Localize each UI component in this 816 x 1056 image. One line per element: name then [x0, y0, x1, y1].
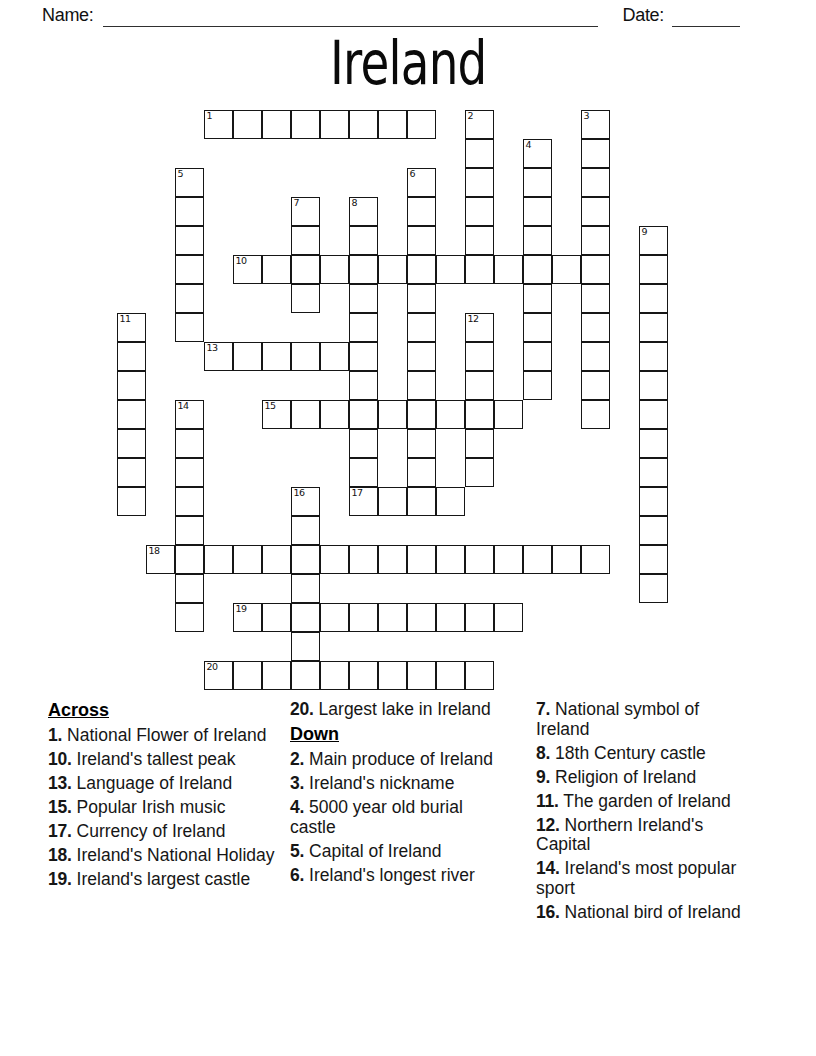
- grid-cell[interactable]: [465, 458, 494, 487]
- clues-column-down: 7. National symbol of Ireland8. 18th Cen…: [536, 700, 744, 927]
- grid-cell[interactable]: 4: [523, 139, 552, 168]
- grid-cell[interactable]: [175, 313, 204, 342]
- grid-cell[interactable]: [523, 284, 552, 313]
- grid-cell[interactable]: [523, 545, 552, 574]
- across-heading: Across: [48, 700, 276, 721]
- grid-cell[interactable]: [407, 313, 436, 342]
- clue-item: 13. Language of Ireland: [48, 774, 276, 794]
- grid-cell[interactable]: [378, 255, 407, 284]
- clue-number: 4: [526, 139, 532, 150]
- clue-item: 8. 18th Century castle: [536, 744, 744, 764]
- grid-cell[interactable]: [581, 371, 610, 400]
- grid-cell[interactable]: 5: [175, 168, 204, 197]
- grid-cell[interactable]: 13: [204, 342, 233, 371]
- grid-cell[interactable]: [378, 400, 407, 429]
- grid-cell[interactable]: [407, 661, 436, 690]
- grid-cell[interactable]: [407, 545, 436, 574]
- grid-cell[interactable]: [233, 110, 262, 139]
- clue-number: 10: [236, 255, 247, 266]
- clue-number: 9: [642, 226, 648, 237]
- grid-cell[interactable]: [175, 255, 204, 284]
- clue-number: 1: [207, 110, 213, 121]
- grid-cell[interactable]: [523, 197, 552, 226]
- grid-cell[interactable]: [349, 342, 378, 371]
- clue-number: 5: [178, 168, 184, 179]
- grid-cell[interactable]: [581, 545, 610, 574]
- grid-cell[interactable]: [407, 226, 436, 255]
- grid-cell[interactable]: [291, 661, 320, 690]
- grid-cell[interactable]: [175, 429, 204, 458]
- grid-cell[interactable]: [494, 400, 523, 429]
- grid-cell[interactable]: 19: [233, 603, 262, 632]
- grid-cell[interactable]: [349, 400, 378, 429]
- grid-cell[interactable]: [233, 661, 262, 690]
- clue-number: 19: [236, 603, 247, 614]
- grid-cell[interactable]: [436, 603, 465, 632]
- grid-cell[interactable]: [465, 255, 494, 284]
- clue-item: 15. Popular Irish music: [48, 798, 276, 818]
- grid-cell[interactable]: [349, 429, 378, 458]
- grid-cell[interactable]: [407, 400, 436, 429]
- grid-cell[interactable]: [465, 545, 494, 574]
- clue-number: 12: [468, 313, 479, 324]
- grid-cell[interactable]: [291, 226, 320, 255]
- grid-cell[interactable]: [494, 255, 523, 284]
- grid-cell[interactable]: [407, 342, 436, 371]
- grid-cell[interactable]: [378, 661, 407, 690]
- clue-number: 18: [149, 545, 160, 556]
- grid-cell[interactable]: [262, 110, 291, 139]
- grid-cell[interactable]: [465, 139, 494, 168]
- grid-cell[interactable]: [465, 661, 494, 690]
- clues-column-across: Across 1. National Flower of Ireland10. …: [48, 700, 276, 894]
- grid-cell[interactable]: [581, 255, 610, 284]
- clue-number: 17: [352, 487, 363, 498]
- grid-cell[interactable]: [581, 284, 610, 313]
- grid-cell[interactable]: [523, 371, 552, 400]
- clue-number: 11: [120, 313, 131, 324]
- grid-cell[interactable]: [407, 429, 436, 458]
- clue-item: 1. National Flower of Ireland: [48, 726, 276, 746]
- grid-cell[interactable]: [407, 458, 436, 487]
- grid-cell[interactable]: 10: [233, 255, 262, 284]
- clue-number: 6: [410, 168, 416, 179]
- grid-cell[interactable]: [262, 661, 291, 690]
- grid-cell[interactable]: [349, 545, 378, 574]
- grid-cell[interactable]: [581, 313, 610, 342]
- clue-item: 4. 5000 year old burial castle: [290, 798, 498, 837]
- clue-number: 13: [207, 342, 218, 353]
- clue-item: 2. Main produce of Ireland: [290, 750, 498, 770]
- grid-cell[interactable]: [117, 400, 146, 429]
- grid-cell[interactable]: [175, 487, 204, 516]
- clue-item: 6. Ireland's longest river: [290, 866, 498, 886]
- grid-cell[interactable]: [291, 110, 320, 139]
- grid-cell[interactable]: [291, 632, 320, 661]
- grid-cell[interactable]: [291, 545, 320, 574]
- grid-cell[interactable]: [175, 226, 204, 255]
- grid-cell[interactable]: [581, 226, 610, 255]
- grid-cell[interactable]: [523, 226, 552, 255]
- grid-cell[interactable]: [175, 516, 204, 545]
- grid-cell[interactable]: [639, 429, 668, 458]
- grid-cell[interactable]: [291, 400, 320, 429]
- grid-cell[interactable]: [639, 516, 668, 545]
- grid-cell[interactable]: [262, 603, 291, 632]
- grid-cell[interactable]: [262, 255, 291, 284]
- grid-cell[interactable]: 16: [291, 487, 320, 516]
- grid-cell[interactable]: [233, 342, 262, 371]
- worksheet-header: Name: Date:: [42, 5, 740, 27]
- clue-number: 15: [265, 400, 276, 411]
- grid-cell[interactable]: [494, 603, 523, 632]
- grid-cell[interactable]: 14: [175, 400, 204, 429]
- grid-cell[interactable]: [465, 429, 494, 458]
- grid-cell[interactable]: [320, 603, 349, 632]
- clue-number: 2: [468, 110, 474, 121]
- grid-cell[interactable]: [117, 342, 146, 371]
- grid-cell[interactable]: [465, 603, 494, 632]
- grid-cell[interactable]: [320, 661, 349, 690]
- grid-cell[interactable]: [175, 197, 204, 226]
- grid-cell[interactable]: [349, 313, 378, 342]
- grid-cell[interactable]: [349, 371, 378, 400]
- grid-cell[interactable]: [639, 458, 668, 487]
- date-label: Date:: [622, 5, 664, 27]
- crossword-grid: 1234567891011121314151617181920: [117, 110, 668, 690]
- clue-item: 5. Capital of Ireland: [290, 842, 498, 862]
- grid-cell[interactable]: [465, 342, 494, 371]
- grid-cell[interactable]: [436, 400, 465, 429]
- clue-item: 17. Currency of Ireland: [48, 822, 276, 842]
- grid-cell[interactable]: [465, 226, 494, 255]
- clue-item: 9. Religion of Ireland: [536, 768, 744, 788]
- grid-cell[interactable]: [349, 226, 378, 255]
- grid-cell[interactable]: 15: [262, 400, 291, 429]
- grid-cell[interactable]: [581, 139, 610, 168]
- grid-cell[interactable]: 3: [581, 110, 610, 139]
- grid-cell[interactable]: [465, 168, 494, 197]
- clue-item: 20. Largest lake in Ireland: [290, 700, 498, 720]
- grid-cell[interactable]: [349, 661, 378, 690]
- grid-cell[interactable]: [407, 255, 436, 284]
- grid-cell[interactable]: [639, 313, 668, 342]
- grid-cell[interactable]: [378, 545, 407, 574]
- clue-item: 3. Ireland's nickname: [290, 774, 498, 794]
- grid-cell[interactable]: [349, 458, 378, 487]
- grid-cell[interactable]: [465, 400, 494, 429]
- grid-cell[interactable]: [378, 603, 407, 632]
- grid-cell[interactable]: [117, 458, 146, 487]
- grid-cell[interactable]: [320, 342, 349, 371]
- grid-cell[interactable]: [291, 603, 320, 632]
- grid-cell[interactable]: [523, 168, 552, 197]
- grid-cell[interactable]: [639, 487, 668, 516]
- grid-cell[interactable]: [291, 284, 320, 313]
- grid-cell[interactable]: 9: [639, 226, 668, 255]
- grid-cell[interactable]: 6: [407, 168, 436, 197]
- grid-cell[interactable]: [407, 603, 436, 632]
- clue-item: 18. Ireland's National Holiday: [48, 846, 276, 866]
- clue-number: 20: [207, 661, 218, 672]
- grid-cell[interactable]: [639, 342, 668, 371]
- grid-cell[interactable]: [320, 545, 349, 574]
- grid-cell[interactable]: [581, 400, 610, 429]
- grid-cell[interactable]: [175, 458, 204, 487]
- crossword-worksheet: { "game": "crossword", "header": { "name…: [0, 0, 816, 1056]
- grid-cell[interactable]: [175, 545, 204, 574]
- clue-number: 16: [294, 487, 305, 498]
- grid-cell[interactable]: [291, 342, 320, 371]
- grid-cell[interactable]: [465, 371, 494, 400]
- title-wrap: Ireland: [0, 28, 816, 98]
- grid-cell[interactable]: [291, 574, 320, 603]
- clue-number: 3: [584, 110, 590, 121]
- grid-cell[interactable]: [581, 168, 610, 197]
- grid-cell[interactable]: 2: [465, 110, 494, 139]
- clue-item: 11. The garden of Ireland: [536, 792, 744, 812]
- grid-cell[interactable]: [581, 342, 610, 371]
- grid-cell[interactable]: 7: [291, 197, 320, 226]
- grid-cell[interactable]: [117, 429, 146, 458]
- grid-cell[interactable]: [204, 545, 233, 574]
- grid-cell[interactable]: [349, 603, 378, 632]
- grid-cell[interactable]: [320, 255, 349, 284]
- clue-item: 16. National bird of Ireland: [536, 903, 744, 923]
- grid-cell[interactable]: [436, 545, 465, 574]
- grid-cell[interactable]: [262, 342, 291, 371]
- grid-cell[interactable]: 12: [465, 313, 494, 342]
- grid-cell[interactable]: [436, 255, 465, 284]
- grid-cell[interactable]: [407, 371, 436, 400]
- grid-cell[interactable]: 17: [349, 487, 378, 516]
- grid-cell[interactable]: [291, 255, 320, 284]
- name-label: Name:: [42, 5, 94, 27]
- grid-cell[interactable]: [552, 545, 581, 574]
- grid-cell[interactable]: [639, 255, 668, 284]
- clue-item: 19. Ireland's largest castle: [48, 870, 276, 890]
- grid-cell[interactable]: [639, 284, 668, 313]
- grid-cell[interactable]: [552, 255, 581, 284]
- clue-number: 14: [178, 400, 189, 411]
- grid-cell[interactable]: [175, 574, 204, 603]
- grid-cell[interactable]: [639, 371, 668, 400]
- grid-cell[interactable]: [117, 487, 146, 516]
- grid-cell[interactable]: [581, 197, 610, 226]
- grid-cell[interactable]: [320, 400, 349, 429]
- grid-cell[interactable]: [320, 110, 349, 139]
- grid-cell[interactable]: [117, 371, 146, 400]
- grid-cell[interactable]: [407, 284, 436, 313]
- grid-cell[interactable]: 20: [204, 661, 233, 690]
- down-heading: Down: [290, 724, 498, 745]
- grid-cell[interactable]: [523, 313, 552, 342]
- grid-cell[interactable]: [407, 197, 436, 226]
- grid-cell[interactable]: [639, 574, 668, 603]
- grid-cell[interactable]: [262, 545, 291, 574]
- grid-cell[interactable]: [436, 487, 465, 516]
- name-blank-line[interactable]: [103, 6, 599, 27]
- grid-cell[interactable]: 11: [117, 313, 146, 342]
- date-blank-line[interactable]: [672, 6, 740, 27]
- grid-cell[interactable]: [349, 110, 378, 139]
- grid-cell[interactable]: [349, 255, 378, 284]
- grid-cell[interactable]: [407, 487, 436, 516]
- grid-cell[interactable]: [175, 603, 204, 632]
- grid-cell[interactable]: [378, 110, 407, 139]
- clue-item: 14. Ireland's most popular sport: [536, 859, 744, 898]
- clue-number: 7: [294, 197, 300, 208]
- grid-cell[interactable]: 8: [349, 197, 378, 226]
- clue-item: 7. National symbol of Ireland: [536, 700, 744, 739]
- grid-cell[interactable]: [465, 197, 494, 226]
- grid-cell[interactable]: [639, 545, 668, 574]
- grid-cell[interactable]: [291, 516, 320, 545]
- grid-cell[interactable]: [523, 255, 552, 284]
- grid-cell[interactable]: [233, 545, 262, 574]
- clue-item: 10. Ireland's tallest peak: [48, 750, 276, 770]
- puzzle-title: Ireland: [330, 28, 486, 98]
- grid-cell[interactable]: 18: [146, 545, 175, 574]
- grid-cell[interactable]: [175, 284, 204, 313]
- grid-cell[interactable]: [523, 342, 552, 371]
- grid-cell[interactable]: [639, 400, 668, 429]
- grid-cell[interactable]: [494, 545, 523, 574]
- clue-number: 8: [352, 197, 358, 208]
- grid-cell[interactable]: [378, 487, 407, 516]
- clue-item: 12. Northern Ireland's Capital: [536, 816, 744, 855]
- clues-column-middle: 20. Largest lake in IrelandDown2. Main p…: [290, 700, 498, 890]
- grid-cell[interactable]: 1: [204, 110, 233, 139]
- grid-cell[interactable]: [436, 661, 465, 690]
- grid-cell[interactable]: [349, 284, 378, 313]
- grid-cell[interactable]: [407, 110, 436, 139]
